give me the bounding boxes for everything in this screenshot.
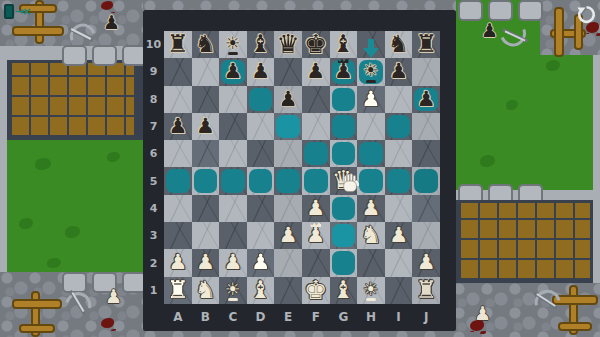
move-highlight — [304, 142, 328, 165]
square-J9[interactable] — [412, 58, 440, 85]
square-G9[interactable]: ♟ — [330, 58, 358, 85]
square-A9[interactable] — [164, 58, 192, 85]
last-move-arrow — [363, 39, 379, 59]
grass-patch — [480, 155, 495, 167]
square-H7[interactable] — [357, 113, 385, 140]
square-E2[interactable] — [274, 249, 302, 276]
square-D8[interactable] — [247, 86, 275, 113]
piece-bP-D9[interactable]: ♟ — [247, 58, 275, 85]
square-C8[interactable] — [219, 86, 247, 113]
square-I4[interactable] — [385, 195, 413, 222]
piece-wP-I3[interactable]: ♟ — [385, 222, 413, 249]
square-J2[interactable]: ♟ — [412, 249, 440, 276]
square-F7[interactable] — [302, 113, 330, 140]
piece-wP-J2[interactable]: ♟ — [412, 249, 440, 276]
captured-pawn-statue-white: ♟ — [105, 287, 122, 306]
board-grid: ♜♞☀♝♛♚♝♞♜♟♟♟♟☀♟♟♟♟♟♟♛♟♟♟♟♞♟♟♟♟♟♟♜♞☀♝♚♝☀♜ — [164, 31, 440, 304]
file-label-F: F — [302, 306, 330, 328]
square-H9[interactable]: ☀ — [357, 58, 385, 85]
square-G2[interactable] — [330, 249, 358, 276]
square-H4[interactable]: ♟ — [357, 195, 385, 222]
square-I1[interactable] — [385, 277, 413, 304]
rank-label-9: 9 — [143, 58, 164, 85]
piece-wP-D2[interactable]: ♟ — [247, 249, 275, 276]
piece-bP-F9[interactable]: ♟ — [302, 58, 330, 85]
rank-label-5: 5 — [143, 167, 164, 194]
square-E1[interactable] — [274, 277, 302, 304]
move-highlight — [332, 197, 356, 220]
move-highlight — [194, 169, 218, 192]
stone-strip-bottom — [143, 330, 456, 337]
square-I7[interactable] — [385, 113, 413, 140]
square-J10[interactable]: ♜ — [412, 31, 440, 58]
piece-bP-I9[interactable]: ♟ — [385, 58, 413, 85]
square-J5[interactable] — [412, 167, 440, 194]
move-highlight — [332, 115, 356, 138]
piece-bK-F10[interactable]: ♚ — [302, 31, 330, 58]
move-highlight — [221, 169, 245, 192]
board-frame: 10987654321 ♜♞☀♝♛♚♝♞♜♟♟♟♟☀♟♟♟♟♟♟♛♟♟♟♟♞♟♟… — [143, 10, 456, 331]
rank-label-10: 10 — [143, 31, 164, 58]
file-label-B: B — [192, 306, 220, 328]
square-J3[interactable] — [412, 222, 440, 249]
move-highlight — [359, 142, 383, 165]
crossbow-prop — [529, 285, 563, 315]
square-E10[interactable]: ♛ — [274, 31, 302, 58]
square-A8[interactable] — [164, 86, 192, 113]
square-C9[interactable]: ♟ — [219, 58, 247, 85]
exit-x-icon: →× — [15, 6, 29, 17]
garden-grid-right — [456, 200, 593, 283]
piece-bS-H9[interactable]: ☀ — [357, 58, 385, 85]
file-label-C: C — [219, 306, 247, 328]
piece-bP-J8[interactable]: ♟ — [412, 86, 440, 113]
square-E8[interactable]: ♟ — [274, 86, 302, 113]
piece-wC-F3[interactable]: ♟ — [302, 222, 330, 249]
captured-pawn-statue-black: ♟ — [103, 13, 120, 32]
square-J6[interactable] — [412, 140, 440, 167]
square-I9[interactable]: ♟ — [385, 58, 413, 85]
square-H6[interactable] — [357, 140, 385, 167]
square-D4[interactable] — [247, 195, 275, 222]
square-G3[interactable] — [330, 222, 358, 249]
piece-bQ-E10[interactable]: ♛ — [274, 31, 302, 58]
square-A10[interactable]: ♜ — [164, 31, 192, 58]
move-highlight — [304, 169, 328, 192]
square-G10[interactable]: ♝ — [330, 31, 358, 58]
grass-patch — [65, 226, 80, 238]
file-label-H: H — [357, 306, 385, 328]
catapult-prop — [12, 291, 62, 337]
grass-patch — [107, 152, 120, 162]
file-label-D: D — [247, 306, 275, 328]
square-I8[interactable] — [385, 86, 413, 113]
move-highlight — [387, 169, 411, 192]
piece-bB-D10[interactable]: ♝ — [247, 31, 275, 58]
square-B1[interactable]: ♞ — [192, 277, 220, 304]
piece-wR-J1[interactable]: ♜ — [412, 277, 440, 304]
square-I6[interactable] — [385, 140, 413, 167]
square-E7[interactable] — [274, 113, 302, 140]
square-C4[interactable] — [219, 195, 247, 222]
piece-wP-H8[interactable]: ♟ — [357, 86, 385, 113]
square-G4[interactable] — [330, 195, 358, 222]
square-F10[interactable]: ♚ — [302, 31, 330, 58]
square-E5[interactable] — [274, 167, 302, 194]
piece-wP-C2[interactable]: ♟ — [219, 249, 247, 276]
square-J1[interactable]: ♜ — [412, 277, 440, 304]
square-B5[interactable] — [192, 167, 220, 194]
square-D10[interactable]: ♝ — [247, 31, 275, 58]
move-highlight — [387, 115, 411, 138]
garden-grid-left — [7, 60, 137, 140]
piece-wP-H4[interactable]: ♟ — [357, 195, 385, 222]
square-B10[interactable]: ♞ — [192, 31, 220, 58]
file-label-G: G — [330, 306, 358, 328]
square-E9[interactable] — [274, 58, 302, 85]
square-J7[interactable] — [412, 113, 440, 140]
file-labels: ABCDEFGHIJ — [164, 306, 440, 328]
piece-wP-B2[interactable]: ♟ — [192, 249, 220, 276]
square-G8[interactable] — [330, 86, 358, 113]
rank-label-1: 1 — [143, 277, 164, 304]
piece-wN-B1[interactable]: ♞ — [192, 277, 220, 304]
square-H5[interactable] — [357, 167, 385, 194]
piece-wK-F1[interactable]: ♚ — [302, 277, 330, 304]
grass-patch — [506, 100, 518, 110]
grass-patch — [546, 60, 560, 71]
square-C2[interactable]: ♟ — [219, 249, 247, 276]
square-B6[interactable] — [192, 140, 220, 167]
square-D6[interactable] — [247, 140, 275, 167]
file-label-I: I — [385, 306, 413, 328]
move-highlight — [166, 169, 190, 192]
rank-label-3: 3 — [143, 222, 164, 249]
square-B3[interactable] — [192, 222, 220, 249]
move-highlight — [249, 88, 273, 111]
piece-bB-G10[interactable]: ♝ — [330, 31, 358, 58]
restart-button[interactable] — [576, 4, 597, 25]
move-highlight — [332, 88, 356, 111]
square-A4[interactable] — [164, 195, 192, 222]
square-B8[interactable] — [192, 86, 220, 113]
square-A5[interactable] — [164, 167, 192, 194]
square-E6[interactable] — [274, 140, 302, 167]
piece-bR-A10[interactable]: ♜ — [164, 31, 192, 58]
rank-label-2: 2 — [143, 249, 164, 276]
square-B9[interactable] — [192, 58, 220, 85]
piece-bP-B7[interactable]: ♟ — [192, 113, 220, 140]
piece-bR-J10[interactable]: ♜ — [412, 31, 440, 58]
square-D5[interactable] — [247, 167, 275, 194]
rank-labels: 10987654321 — [143, 31, 164, 304]
square-G1[interactable]: ♝ — [330, 277, 358, 304]
piece-bS-C10[interactable]: ☀ — [219, 31, 247, 58]
square-G5[interactable]: ♛ — [330, 167, 358, 194]
square-F4[interactable]: ♟ — [302, 195, 330, 222]
square-H8[interactable]: ♟ — [357, 86, 385, 113]
square-J4[interactable] — [412, 195, 440, 222]
rank-label-4: 4 — [143, 195, 164, 222]
square-D7[interactable] — [247, 113, 275, 140]
square-F3[interactable]: ♟ — [302, 222, 330, 249]
restart-icon — [576, 4, 597, 25]
square-F6[interactable] — [302, 140, 330, 167]
hand-cursor — [342, 173, 359, 194]
square-C5[interactable] — [219, 167, 247, 194]
rank-label-7: 7 — [143, 113, 164, 140]
square-H3[interactable]: ♞ — [357, 222, 385, 249]
square-B2[interactable]: ♟ — [192, 249, 220, 276]
piece-wS-C1[interactable]: ☀ — [219, 277, 247, 304]
move-highlight — [332, 142, 356, 165]
square-F8[interactable] — [302, 86, 330, 113]
file-label-J: J — [412, 306, 440, 328]
piece-wP-F4[interactable]: ♟ — [302, 195, 330, 222]
square-E4[interactable] — [274, 195, 302, 222]
door-exit-icon — [4, 4, 14, 19]
piece-wR-A1[interactable]: ♜ — [164, 277, 192, 304]
move-highlight — [332, 251, 356, 274]
rank-label-8: 8 — [143, 86, 164, 113]
move-highlight — [332, 224, 356, 247]
square-B4[interactable] — [192, 195, 220, 222]
piece-bP-A7[interactable]: ♟ — [164, 113, 192, 140]
piece-bP-E8[interactable]: ♟ — [274, 86, 302, 113]
piece-wB-D1[interactable]: ♝ — [247, 277, 275, 304]
castle-crenellation — [458, 0, 543, 21]
square-G7[interactable] — [330, 113, 358, 140]
square-D2[interactable]: ♟ — [247, 249, 275, 276]
square-C10[interactable]: ☀ — [219, 31, 247, 58]
square-J8[interactable]: ♟ — [412, 86, 440, 113]
stone-strip-top — [143, 0, 456, 10]
piece-bC-G9[interactable]: ♟ — [330, 58, 358, 85]
file-label-E: E — [274, 306, 302, 328]
piece-bN-I10[interactable]: ♞ — [385, 31, 413, 58]
piece-bN-B10[interactable]: ♞ — [192, 31, 220, 58]
square-A6[interactable] — [164, 140, 192, 167]
game-screen: ♟ ♟ ♟ ♟ →× 1098765 — [0, 0, 600, 337]
grass-field-left — [7, 140, 143, 272]
move-highlight — [276, 169, 300, 192]
square-A3[interactable] — [164, 222, 192, 249]
square-A2[interactable]: ♟ — [164, 249, 192, 276]
square-F5[interactable] — [302, 167, 330, 194]
move-highlight — [249, 169, 273, 192]
square-C1[interactable]: ☀ — [219, 277, 247, 304]
square-G6[interactable] — [330, 140, 358, 167]
square-H1[interactable]: ☀ — [357, 277, 385, 304]
square-C6[interactable] — [219, 140, 247, 167]
square-F9[interactable]: ♟ — [302, 58, 330, 85]
move-highlight — [276, 115, 300, 138]
rank-label-6: 6 — [143, 140, 164, 167]
grass-patch — [19, 218, 33, 229]
grass-patch — [47, 258, 61, 268]
square-H10[interactable] — [357, 31, 385, 58]
square-F1[interactable]: ♚ — [302, 277, 330, 304]
square-I10[interactable]: ♞ — [385, 31, 413, 58]
piece-wP-E3[interactable]: ♟ — [274, 222, 302, 249]
move-highlight — [414, 169, 438, 192]
piece-wN-H3[interactable]: ♞ — [357, 222, 385, 249]
square-D3[interactable] — [247, 222, 275, 249]
square-D1[interactable]: ♝ — [247, 277, 275, 304]
square-I2[interactable] — [385, 249, 413, 276]
square-E3[interactable]: ♟ — [274, 222, 302, 249]
move-highlight — [359, 169, 383, 192]
square-C7[interactable] — [219, 113, 247, 140]
square-C3[interactable] — [219, 222, 247, 249]
grass-patch — [35, 158, 51, 170]
square-F2[interactable] — [302, 249, 330, 276]
piece-bP-C9[interactable]: ♟ — [219, 58, 247, 85]
piece-wS-H1[interactable]: ☀ — [357, 277, 385, 304]
file-label-A: A — [164, 306, 192, 328]
square-D9[interactable]: ♟ — [247, 58, 275, 85]
square-A7[interactable]: ♟ — [164, 113, 192, 140]
square-I5[interactable] — [385, 167, 413, 194]
captured-pawn-statue-black: ♟ — [481, 21, 498, 40]
square-A1[interactable]: ♜ — [164, 277, 192, 304]
piece-wB-G1[interactable]: ♝ — [330, 277, 358, 304]
square-I3[interactable]: ♟ — [385, 222, 413, 249]
piece-wP-A2[interactable]: ♟ — [164, 249, 192, 276]
exit-button[interactable]: →× — [4, 3, 30, 20]
square-H2[interactable] — [357, 249, 385, 276]
square-B7[interactable]: ♟ — [192, 113, 220, 140]
